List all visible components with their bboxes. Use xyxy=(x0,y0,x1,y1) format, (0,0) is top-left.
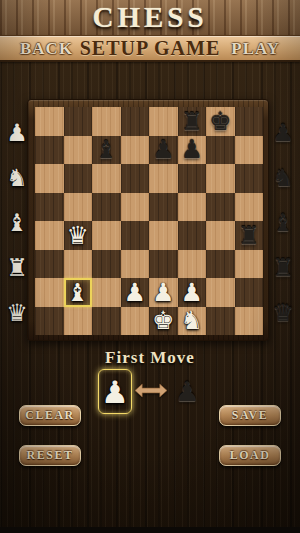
nav-bar: BACK SETUP GAME PLAY xyxy=(0,35,300,62)
tray-white-bishop[interactable]: ♝ xyxy=(1,200,33,245)
square-d4[interactable] xyxy=(121,221,150,250)
square-b4[interactable]: ♛ xyxy=(64,221,93,250)
square-c1[interactable] xyxy=(92,307,121,336)
square-g6[interactable] xyxy=(206,164,235,193)
square-a8[interactable] xyxy=(35,107,64,136)
square-e8[interactable] xyxy=(149,107,178,136)
first-move-white-pawn[interactable]: ♟ xyxy=(98,369,132,414)
square-h1[interactable] xyxy=(235,307,264,336)
square-f2[interactable]: ♟ xyxy=(178,278,207,307)
square-e3[interactable] xyxy=(149,250,178,279)
square-a5[interactable] xyxy=(35,193,64,222)
piece-white-pawn: ♟ xyxy=(152,279,174,307)
save-button[interactable]: SAVE xyxy=(219,405,281,426)
title-bar: CHESS xyxy=(0,0,300,35)
square-c4[interactable] xyxy=(92,221,121,250)
square-c3[interactable] xyxy=(92,250,121,279)
piece-black-rook: ♜ xyxy=(238,222,260,250)
square-b1[interactable] xyxy=(64,307,93,336)
tray-black-rook[interactable]: ♜ xyxy=(267,245,299,290)
app-title: CHESS xyxy=(0,1,300,34)
square-h8[interactable] xyxy=(235,107,264,136)
square-h5[interactable] xyxy=(235,193,264,222)
square-c6[interactable] xyxy=(92,164,121,193)
square-d6[interactable] xyxy=(121,164,150,193)
square-e2[interactable]: ♟ xyxy=(149,278,178,307)
square-h3[interactable] xyxy=(235,250,264,279)
square-b5[interactable] xyxy=(64,193,93,222)
square-g3[interactable] xyxy=(206,250,235,279)
tray-white-pawn[interactable]: ♟ xyxy=(1,110,33,155)
piece-white-pawn: ♟ xyxy=(6,120,28,146)
clear-button[interactable]: CLEAR xyxy=(19,405,81,426)
bottom-bar xyxy=(0,527,300,533)
piece-black-pawn: ♟ xyxy=(181,136,203,164)
square-f3[interactable] xyxy=(178,250,207,279)
piece-black-knight: ♞ xyxy=(272,165,294,191)
square-e5[interactable] xyxy=(149,193,178,222)
square-g1[interactable] xyxy=(206,307,235,336)
square-f4[interactable] xyxy=(178,221,207,250)
square-h6[interactable] xyxy=(235,164,264,193)
square-g5[interactable] xyxy=(206,193,235,222)
square-h7[interactable] xyxy=(235,136,264,165)
square-b3[interactable] xyxy=(64,250,93,279)
square-e1[interactable]: ♚ xyxy=(149,307,178,336)
white-piece-tray: ♟♞♝♜♛ xyxy=(1,110,33,335)
piece-white-pawn: ♟ xyxy=(181,279,203,307)
square-f6[interactable] xyxy=(178,164,207,193)
reset-button[interactable]: RESET xyxy=(19,445,81,466)
tray-white-rook[interactable]: ♜ xyxy=(1,245,33,290)
tray-white-queen[interactable]: ♛ xyxy=(1,290,33,335)
square-e6[interactable] xyxy=(149,164,178,193)
piece-white-bishop: ♝ xyxy=(6,210,28,236)
piece-black-bishop: ♝ xyxy=(272,210,294,236)
piece-white-pawn: ♟ xyxy=(124,279,146,307)
play-button[interactable]: PLAY xyxy=(231,39,280,59)
piece-white-queen: ♛ xyxy=(67,222,89,250)
square-a2[interactable] xyxy=(35,278,64,307)
square-a7[interactable] xyxy=(35,136,64,165)
square-a1[interactable] xyxy=(35,307,64,336)
square-d2[interactable]: ♟ xyxy=(121,278,150,307)
first-move-label: First Move xyxy=(0,348,300,368)
piece-white-knight: ♞ xyxy=(181,307,203,335)
load-button[interactable]: LOAD xyxy=(219,445,281,466)
square-d5[interactable] xyxy=(121,193,150,222)
piece-black-pawn: ♟ xyxy=(272,120,294,146)
board-grid: ♜♚♝♟♟♛♜♝♟♟♟♚♞ xyxy=(35,107,261,335)
square-h4[interactable]: ♜ xyxy=(235,221,264,250)
square-b2[interactable]: ♝ xyxy=(64,278,93,307)
square-f5[interactable] xyxy=(178,193,207,222)
square-d1[interactable] xyxy=(121,307,150,336)
square-d7[interactable] xyxy=(121,136,150,165)
piece-black-queen: ♛ xyxy=(272,300,294,326)
square-c2[interactable] xyxy=(92,278,121,307)
piece-black-bishop: ♝ xyxy=(95,136,117,164)
square-f8[interactable]: ♜ xyxy=(178,107,207,136)
tray-black-knight[interactable]: ♞ xyxy=(267,155,299,200)
piece-white-rook: ♜ xyxy=(6,255,28,281)
piece-white-knight: ♞ xyxy=(6,165,28,191)
piece-black-king: ♚ xyxy=(209,108,231,136)
square-f7[interactable]: ♟ xyxy=(178,136,207,165)
square-f1[interactable]: ♞ xyxy=(178,307,207,336)
square-a4[interactable] xyxy=(35,221,64,250)
square-a6[interactable] xyxy=(35,164,64,193)
square-b7[interactable] xyxy=(64,136,93,165)
tray-black-bishop[interactable]: ♝ xyxy=(267,200,299,245)
square-c7[interactable]: ♝ xyxy=(92,136,121,165)
square-d8[interactable] xyxy=(121,107,150,136)
square-c5[interactable] xyxy=(92,193,121,222)
white-pawn-icon: ♟ xyxy=(101,375,129,409)
square-e7[interactable]: ♟ xyxy=(149,136,178,165)
board-frame: ♜♚♝♟♟♛♜♝♟♟♟♚♞ xyxy=(27,99,269,341)
square-b6[interactable] xyxy=(64,164,93,193)
piece-black-rook: ♜ xyxy=(272,255,294,281)
square-h2[interactable] xyxy=(235,278,264,307)
square-e4[interactable] xyxy=(149,221,178,250)
tray-black-queen[interactable]: ♛ xyxy=(267,290,299,335)
square-g7[interactable] xyxy=(206,136,235,165)
square-g4[interactable] xyxy=(206,221,235,250)
piece-black-pawn: ♟ xyxy=(152,136,174,164)
tray-black-pawn[interactable]: ♟ xyxy=(267,110,299,155)
first-move-black-pawn[interactable]: ♟ xyxy=(172,373,202,411)
swap-arrow-icon[interactable] xyxy=(135,382,167,399)
piece-white-queen: ♛ xyxy=(6,300,28,326)
chess-setup-screen: CHESS BACK SETUP GAME PLAY ♟♞♝♜♛ ♟♞♝♜♛ ♜… xyxy=(0,0,300,533)
square-a3[interactable] xyxy=(35,250,64,279)
square-g2[interactable] xyxy=(206,278,235,307)
piece-white-bishop: ♝ xyxy=(67,279,89,307)
black-piece-tray: ♟♞♝♜♛ xyxy=(267,110,299,335)
square-c8[interactable] xyxy=(92,107,121,136)
square-g8[interactable]: ♚ xyxy=(206,107,235,136)
black-pawn-icon: ♟ xyxy=(175,377,199,407)
piece-black-rook: ♜ xyxy=(181,108,203,136)
piece-white-king: ♚ xyxy=(152,307,174,335)
tray-white-knight[interactable]: ♞ xyxy=(1,155,33,200)
square-d3[interactable] xyxy=(121,250,150,279)
square-b8[interactable] xyxy=(64,107,93,136)
